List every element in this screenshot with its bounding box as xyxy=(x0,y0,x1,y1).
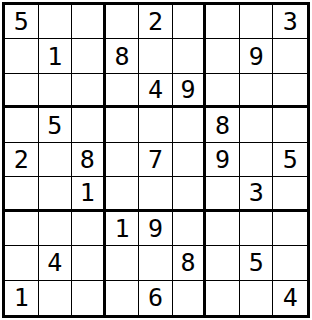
cell-r9c5[interactable]: 6 xyxy=(139,281,173,315)
cell-r1c7[interactable] xyxy=(206,5,240,39)
cell-r2c5[interactable] xyxy=(139,39,173,73)
cell-r7c2[interactable] xyxy=(39,212,73,246)
cell-r3c7[interactable] xyxy=(206,74,240,108)
cell-r7c6[interactable] xyxy=(173,212,207,246)
cell-r2c6[interactable] xyxy=(173,39,207,73)
cell-r9c3[interactable] xyxy=(72,281,106,315)
sudoku-screen: 5231894958287951319485164 xyxy=(0,0,312,320)
cell-r8c3[interactable] xyxy=(72,246,106,280)
cell-r9c4[interactable] xyxy=(106,281,140,315)
cell-r3c2[interactable] xyxy=(39,74,73,108)
cell-r2c1[interactable] xyxy=(5,39,39,73)
cell-r5c1[interactable]: 2 xyxy=(5,143,39,177)
cell-r7c8[interactable] xyxy=(240,212,274,246)
cell-r3c6[interactable]: 9 xyxy=(173,74,207,108)
cell-r5c2[interactable] xyxy=(39,143,73,177)
cell-r4c4[interactable] xyxy=(106,108,140,142)
cell-r6c4[interactable] xyxy=(106,177,140,211)
cell-r6c7[interactable] xyxy=(206,177,240,211)
cell-r6c5[interactable] xyxy=(139,177,173,211)
cell-r5c6[interactable] xyxy=(173,143,207,177)
cell-r6c3[interactable]: 1 xyxy=(72,177,106,211)
cell-r1c1[interactable]: 5 xyxy=(5,5,39,39)
cell-r1c2[interactable] xyxy=(39,5,73,39)
cell-r6c2[interactable] xyxy=(39,177,73,211)
cell-r5c8[interactable] xyxy=(240,143,274,177)
cell-r1c3[interactable] xyxy=(72,5,106,39)
cell-r4c8[interactable] xyxy=(240,108,274,142)
cell-r2c3[interactable] xyxy=(72,39,106,73)
cell-r8c6[interactable]: 8 xyxy=(173,246,207,280)
cell-r6c8[interactable]: 3 xyxy=(240,177,274,211)
cell-r3c9[interactable] xyxy=(273,74,307,108)
cell-r7c1[interactable] xyxy=(5,212,39,246)
cell-r9c9[interactable]: 4 xyxy=(273,281,307,315)
cell-r7c7[interactable] xyxy=(206,212,240,246)
cell-r9c2[interactable] xyxy=(39,281,73,315)
cell-r4c1[interactable] xyxy=(5,108,39,142)
cell-r1c4[interactable] xyxy=(106,5,140,39)
cell-r4c6[interactable] xyxy=(173,108,207,142)
cell-r1c5[interactable]: 2 xyxy=(139,5,173,39)
cell-r7c9[interactable] xyxy=(273,212,307,246)
cell-r6c6[interactable] xyxy=(173,177,207,211)
sudoku-board: 5231894958287951319485164 xyxy=(2,2,310,318)
cell-r4c3[interactable] xyxy=(72,108,106,142)
cell-r7c5[interactable]: 9 xyxy=(139,212,173,246)
cell-r2c7[interactable] xyxy=(206,39,240,73)
cell-r3c4[interactable] xyxy=(106,74,140,108)
cell-r4c7[interactable]: 8 xyxy=(206,108,240,142)
cell-r2c4[interactable]: 8 xyxy=(106,39,140,73)
cell-r3c8[interactable] xyxy=(240,74,274,108)
cell-r8c8[interactable]: 5 xyxy=(240,246,274,280)
cell-r5c5[interactable]: 7 xyxy=(139,143,173,177)
cell-r8c5[interactable] xyxy=(139,246,173,280)
cell-r1c6[interactable] xyxy=(173,5,207,39)
cell-r8c9[interactable] xyxy=(273,246,307,280)
cell-r7c3[interactable] xyxy=(72,212,106,246)
cell-r8c1[interactable] xyxy=(5,246,39,280)
cell-r5c9[interactable]: 5 xyxy=(273,143,307,177)
cell-r9c6[interactable] xyxy=(173,281,207,315)
cell-r6c1[interactable] xyxy=(5,177,39,211)
cell-r4c2[interactable]: 5 xyxy=(39,108,73,142)
cell-r4c5[interactable] xyxy=(139,108,173,142)
cell-r6c9[interactable] xyxy=(273,177,307,211)
cell-r2c8[interactable]: 9 xyxy=(240,39,274,73)
cell-r9c1[interactable]: 1 xyxy=(5,281,39,315)
cell-r8c4[interactable] xyxy=(106,246,140,280)
cell-r3c5[interactable]: 4 xyxy=(139,74,173,108)
cell-r1c9[interactable]: 3 xyxy=(273,5,307,39)
cell-r2c2[interactable]: 1 xyxy=(39,39,73,73)
cell-r8c2[interactable]: 4 xyxy=(39,246,73,280)
cell-r2c9[interactable] xyxy=(273,39,307,73)
cell-r8c7[interactable] xyxy=(206,246,240,280)
cell-r5c3[interactable]: 8 xyxy=(72,143,106,177)
cell-r4c9[interactable] xyxy=(273,108,307,142)
cell-r1c8[interactable] xyxy=(240,5,274,39)
cell-r5c7[interactable]: 9 xyxy=(206,143,240,177)
cell-r9c8[interactable] xyxy=(240,281,274,315)
cell-r3c3[interactable] xyxy=(72,74,106,108)
cell-r9c7[interactable] xyxy=(206,281,240,315)
cell-r5c4[interactable] xyxy=(106,143,140,177)
cell-r7c4[interactable]: 1 xyxy=(106,212,140,246)
cell-r3c1[interactable] xyxy=(5,74,39,108)
